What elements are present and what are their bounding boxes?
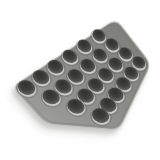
muffin-pan-svg [0, 0, 160, 160]
product-photo [0, 0, 160, 160]
canvas [0, 0, 160, 160]
